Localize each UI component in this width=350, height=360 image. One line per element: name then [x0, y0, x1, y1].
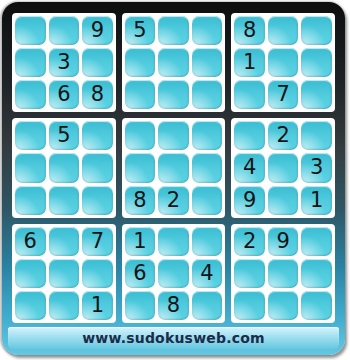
- cell-r6c4[interactable]: 8: [125, 186, 156, 215]
- box-1-2: 5: [122, 13, 226, 112]
- cell-r9c2[interactable]: [49, 291, 80, 320]
- cell-r7c5[interactable]: [158, 227, 189, 256]
- cell-r8c6[interactable]: 4: [192, 259, 223, 288]
- cell-r7c8[interactable]: 9: [268, 227, 299, 256]
- cell-r2c1[interactable]: [15, 48, 46, 77]
- cell-r1c8[interactable]: [268, 16, 299, 45]
- cell-r4c9[interactable]: [301, 121, 332, 150]
- cell-r2c8[interactable]: [268, 48, 299, 77]
- box-1-1: 9368: [12, 13, 116, 112]
- cell-r1c7[interactable]: 8: [234, 16, 265, 45]
- cell-r4c1[interactable]: [15, 121, 46, 150]
- sudoku-grid: 9368581758224391671164829: [12, 13, 335, 323]
- cell-r9c9[interactable]: [301, 291, 332, 320]
- cell-r3c5[interactable]: [158, 80, 189, 109]
- cell-r5c9[interactable]: 3: [301, 153, 332, 182]
- footer-bar: www.sudokusweb.com: [8, 327, 339, 349]
- cell-r9c7[interactable]: [234, 291, 265, 320]
- cell-r6c6[interactable]: [192, 186, 223, 215]
- cell-r4c5[interactable]: [158, 121, 189, 150]
- cell-r8c2[interactable]: [49, 259, 80, 288]
- cell-r5c5[interactable]: [158, 153, 189, 182]
- cell-r3c9[interactable]: [301, 80, 332, 109]
- cell-r8c3[interactable]: [82, 259, 113, 288]
- cell-r3c3[interactable]: 8: [82, 80, 113, 109]
- cell-r5c4[interactable]: [125, 153, 156, 182]
- cell-r3c8[interactable]: 7: [268, 80, 299, 109]
- sudoku-widget: 9368581758224391671164829 www.sudokusweb…: [0, 0, 350, 360]
- cell-r1c6[interactable]: [192, 16, 223, 45]
- cell-r8c5[interactable]: [158, 259, 189, 288]
- cell-r4c3[interactable]: [82, 121, 113, 150]
- cell-r2c9[interactable]: [301, 48, 332, 77]
- cell-r9c6[interactable]: [192, 291, 223, 320]
- cell-r4c6[interactable]: [192, 121, 223, 150]
- cell-r9c8[interactable]: [268, 291, 299, 320]
- cell-r6c9[interactable]: 1: [301, 186, 332, 215]
- cell-r9c5[interactable]: 8: [158, 291, 189, 320]
- cell-r3c7[interactable]: [234, 80, 265, 109]
- cell-r1c9[interactable]: [301, 16, 332, 45]
- site-url[interactable]: www.sudokusweb.com: [82, 330, 265, 346]
- cell-r2c4[interactable]: [125, 48, 156, 77]
- cell-r4c2[interactable]: 5: [49, 121, 80, 150]
- cell-r1c4[interactable]: 5: [125, 16, 156, 45]
- cell-r2c2[interactable]: 3: [49, 48, 80, 77]
- box-3-2: 1648: [122, 224, 226, 323]
- box-2-1: 5: [12, 118, 116, 217]
- box-3-1: 671: [12, 224, 116, 323]
- cell-r9c4[interactable]: [125, 291, 156, 320]
- cell-r5c1[interactable]: [15, 153, 46, 182]
- box-1-3: 817: [231, 13, 335, 112]
- cell-r1c5[interactable]: [158, 16, 189, 45]
- cell-r6c7[interactable]: 9: [234, 186, 265, 215]
- cell-r6c2[interactable]: [49, 186, 80, 215]
- cell-r7c3[interactable]: 7: [82, 227, 113, 256]
- cell-r2c5[interactable]: [158, 48, 189, 77]
- board-frame: 9368581758224391671164829 www.sudokusweb…: [2, 2, 345, 355]
- cell-r3c1[interactable]: [15, 80, 46, 109]
- cell-r5c6[interactable]: [192, 153, 223, 182]
- box-2-2: 82: [122, 118, 226, 217]
- cell-r6c1[interactable]: [15, 186, 46, 215]
- cell-r8c9[interactable]: [301, 259, 332, 288]
- cell-r2c3[interactable]: [82, 48, 113, 77]
- cell-r6c3[interactable]: [82, 186, 113, 215]
- cell-r8c7[interactable]: [234, 259, 265, 288]
- cell-r8c8[interactable]: [268, 259, 299, 288]
- cell-r2c7[interactable]: 1: [234, 48, 265, 77]
- cell-r4c7[interactable]: [234, 121, 265, 150]
- cell-r7c7[interactable]: 2: [234, 227, 265, 256]
- cell-r7c2[interactable]: [49, 227, 80, 256]
- cell-r1c1[interactable]: [15, 16, 46, 45]
- cell-r3c2[interactable]: 6: [49, 80, 80, 109]
- cell-r7c1[interactable]: 6: [15, 227, 46, 256]
- cell-r9c1[interactable]: [15, 291, 46, 320]
- cell-r4c8[interactable]: 2: [268, 121, 299, 150]
- cell-r3c6[interactable]: [192, 80, 223, 109]
- cell-r8c4[interactable]: 6: [125, 259, 156, 288]
- cell-r7c9[interactable]: [301, 227, 332, 256]
- cell-r8c1[interactable]: [15, 259, 46, 288]
- cell-r1c3[interactable]: 9: [82, 16, 113, 45]
- cell-r5c2[interactable]: [49, 153, 80, 182]
- cell-r7c6[interactable]: [192, 227, 223, 256]
- cell-r5c8[interactable]: [268, 153, 299, 182]
- box-3-3: 29: [231, 224, 335, 323]
- cell-r9c3[interactable]: 1: [82, 291, 113, 320]
- cell-r6c8[interactable]: [268, 186, 299, 215]
- cell-r5c3[interactable]: [82, 153, 113, 182]
- cell-r2c6[interactable]: [192, 48, 223, 77]
- cell-r7c4[interactable]: 1: [125, 227, 156, 256]
- cell-r5c7[interactable]: 4: [234, 153, 265, 182]
- cell-r4c4[interactable]: [125, 121, 156, 150]
- cell-r3c4[interactable]: [125, 80, 156, 109]
- cell-r6c5[interactable]: 2: [158, 186, 189, 215]
- box-2-3: 24391: [231, 118, 335, 217]
- cell-r1c2[interactable]: [49, 16, 80, 45]
